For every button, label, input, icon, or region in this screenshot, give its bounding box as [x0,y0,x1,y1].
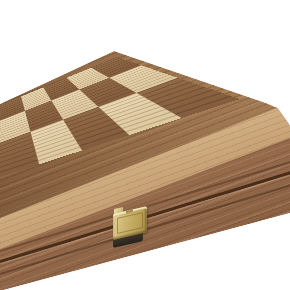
product-photo-chess-case [0,0,290,290]
latch-engraved-border [117,212,143,234]
wooden-case [0,0,290,290]
